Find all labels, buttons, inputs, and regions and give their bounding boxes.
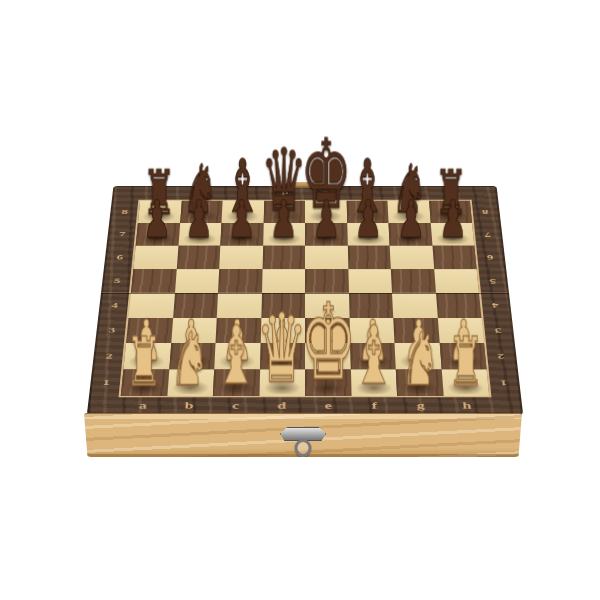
- square-h7: ♟: [430, 223, 474, 246]
- piece-white-knight: ♞: [400, 322, 440, 396]
- rank-label-right-5: 5: [477, 269, 509, 293]
- rank-label-left-3: 3: [95, 318, 128, 343]
- file-labels-front: abcdefgh: [119, 396, 491, 415]
- piece-black-pawn: ♟: [270, 193, 298, 246]
- piece-black-pawn: ♟: [185, 193, 213, 246]
- square-d6: [262, 246, 305, 269]
- square-f1: ♝: [350, 369, 397, 396]
- file-label-c: c: [212, 396, 259, 415]
- square-a7: ♟: [136, 223, 180, 246]
- file-label-d: d: [258, 396, 305, 415]
- square-g6: [390, 246, 434, 269]
- square-f7: ♟: [347, 223, 390, 246]
- rank-label-left-5: 5: [101, 269, 133, 293]
- square-b6: [176, 246, 220, 269]
- rank-label-right-7: 7: [472, 223, 503, 246]
- square-c6: [219, 246, 262, 269]
- rank-label-right-2: 2: [484, 343, 518, 369]
- square-d5: [262, 269, 306, 293]
- piece-black-pawn: ♟: [312, 193, 340, 246]
- square-c7: ♟: [220, 223, 263, 246]
- square-d7: ♟: [263, 223, 305, 246]
- square-g1: ♞: [396, 369, 443, 396]
- square-a6: [133, 246, 178, 269]
- board-frame: ♜♞♝♛♚♝♞♜♟♟♟♟♟♟♟♟♟♟♟♟♟♟♟♟♜♞♝♛♚♝♞♜ abcdefg…: [87, 186, 523, 415]
- latch-clasp-icon: [279, 427, 327, 457]
- file-label-g: g: [397, 396, 444, 415]
- square-g7: ♟: [389, 223, 432, 246]
- square-b5: [175, 269, 220, 293]
- square-d1: ♛: [259, 369, 305, 396]
- square-g5: [391, 269, 436, 293]
- rank-label-right-3: 3: [481, 318, 514, 343]
- piece-black-pawn: ♟: [354, 193, 382, 246]
- square-b7: ♟: [178, 223, 221, 246]
- rank-label-right-4: 4: [479, 293, 512, 318]
- piece-white-rook: ♜: [448, 328, 484, 396]
- rank-label-left-6: 6: [104, 246, 136, 269]
- file-label-f: f: [351, 396, 398, 415]
- file-label-b: b: [165, 396, 212, 415]
- rank-label-left-1: 1: [89, 369, 123, 396]
- piece-black-pawn: ♟: [227, 193, 255, 246]
- square-h5: [434, 269, 479, 293]
- piece-black-pawn: ♟: [397, 193, 425, 246]
- piece-white-king: ♚: [300, 290, 357, 396]
- file-label-a: a: [119, 396, 167, 415]
- square-e6: [305, 246, 348, 269]
- square-b1: ♞: [167, 369, 214, 396]
- file-label-e: e: [305, 396, 352, 415]
- rank-label-left-2: 2: [92, 343, 126, 369]
- latch-ring: [295, 439, 312, 457]
- rank-label-left-7: 7: [107, 223, 138, 246]
- square-h1: ♜: [441, 369, 489, 396]
- piece-black-pawn: ♟: [439, 193, 467, 246]
- piece-white-rook: ♜: [126, 328, 162, 396]
- piece-white-knight: ♞: [170, 322, 210, 396]
- box-front: [84, 413, 522, 457]
- square-c1: ♝: [213, 369, 260, 396]
- square-c5: [218, 269, 262, 293]
- rank-label-right-6: 6: [474, 246, 506, 269]
- file-label-h: h: [443, 396, 491, 415]
- square-h6: [432, 246, 477, 269]
- square-e7: ♟: [305, 223, 347, 246]
- rank-label-right-8: 8: [470, 201, 501, 223]
- rank-label-left-4: 4: [98, 293, 131, 318]
- square-e1: ♚: [305, 369, 351, 396]
- square-a5: [131, 269, 176, 293]
- piece-white-bishop: ♝: [214, 316, 257, 396]
- square-f6: [347, 246, 390, 269]
- piece-black-pawn: ♟: [143, 193, 171, 246]
- square-a1: ♜: [121, 369, 169, 396]
- rank-label-right-1: 1: [487, 369, 521, 396]
- board-grid: ♜♞♝♛♚♝♞♜♟♟♟♟♟♟♟♟♟♟♟♟♟♟♟♟♜♞♝♛♚♝♞♜: [121, 201, 489, 396]
- piece-white-bishop: ♝: [352, 316, 395, 396]
- rank-label-left-8: 8: [109, 201, 140, 223]
